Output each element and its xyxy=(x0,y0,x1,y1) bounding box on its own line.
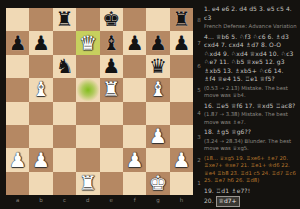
chess-board[interactable]: ♜♚♜♟♟♛♝♟♟♟♞♟♛♝♜♝♟♟♟♟♟♜♚ xyxy=(6,8,193,195)
square-c5[interactable] xyxy=(53,78,76,101)
square-f6[interactable] xyxy=(123,55,146,78)
square-b8[interactable] xyxy=(29,8,52,31)
square-a3[interactable] xyxy=(6,125,29,148)
square-c4[interactable] xyxy=(53,102,76,125)
current-move-number: 20. xyxy=(204,197,214,204)
square-e3[interactable] xyxy=(100,125,123,148)
file-coord-c: c xyxy=(53,196,76,205)
piece-white-rook[interactable]: ♜ xyxy=(79,172,97,195)
piece-black-rook[interactable]: ♜ xyxy=(56,8,74,31)
square-f4[interactable] xyxy=(123,102,146,125)
file-coord-d: d xyxy=(76,196,99,205)
rank-coord-7: 7 xyxy=(195,31,203,54)
file-coord-h: h xyxy=(170,196,193,205)
square-d4[interactable] xyxy=(76,102,99,125)
square-c3[interactable] xyxy=(53,125,76,148)
square-e4[interactable] xyxy=(100,102,123,125)
square-f7[interactable]: ♟ xyxy=(123,31,146,54)
rank-coord-3: 3 xyxy=(195,125,203,148)
square-b3[interactable] xyxy=(29,125,52,148)
square-f5[interactable] xyxy=(123,78,146,101)
move-line[interactable]: 1. e4 e6 2. d4 d5 3. e5 c5 4. c3 xyxy=(204,5,297,22)
move-list[interactable]: 1. e4 e6 2. d4 d5 3. e5 c5 4. c3French D… xyxy=(204,5,297,207)
rank-coord-8: 8 xyxy=(195,8,203,31)
piece-white-king[interactable]: ♚ xyxy=(149,172,167,195)
rank-coord-1: 1 xyxy=(195,172,203,195)
move-line[interactable]: 18. ♗g5 ♕g6?? xyxy=(204,128,297,137)
file-coord-e: e xyxy=(100,196,123,205)
square-g7[interactable]: ♟ xyxy=(146,31,169,54)
square-g8[interactable] xyxy=(146,8,169,31)
rank-coord-4: 4 xyxy=(195,102,203,125)
piece-black-pawn[interactable]: ♟ xyxy=(126,32,144,55)
square-g1[interactable]: ♚ xyxy=(146,172,169,195)
square-a5[interactable] xyxy=(6,78,29,101)
file-coord-g: g xyxy=(146,196,169,205)
square-e6[interactable]: ♟ xyxy=(100,55,123,78)
piece-white-pawn[interactable]: ♟ xyxy=(32,149,50,172)
square-b2[interactable]: ♟ xyxy=(29,148,52,171)
square-h2[interactable]: ♟ xyxy=(170,148,193,171)
square-d1[interactable]: ♜ xyxy=(76,172,99,195)
piece-white-pawn[interactable]: ♟ xyxy=(9,149,27,172)
piece-black-pawn[interactable]: ♟ xyxy=(149,32,167,55)
file-coordinates: abcdefgh xyxy=(6,196,193,205)
rank-coordinates: 87654321 xyxy=(195,8,203,195)
engine-variation[interactable]: (18... ♕xg5 19. ♖xe6+ ♗e7 20. ♖xe7+ ♔xe7… xyxy=(204,155,297,185)
square-c1[interactable] xyxy=(53,172,76,195)
square-a4[interactable] xyxy=(6,102,29,125)
square-f8[interactable] xyxy=(123,8,146,31)
current-move[interactable]: 20.♕d7+ xyxy=(204,196,297,207)
square-b6[interactable] xyxy=(29,55,52,78)
move-line[interactable]: 19. ♖d1 ♗e7?! xyxy=(204,187,297,196)
piece-black-rook[interactable]: ♜ xyxy=(172,8,190,31)
square-d8[interactable] xyxy=(76,8,99,31)
square-h7[interactable]: ♟ xyxy=(170,31,193,54)
piece-white-queen[interactable]: ♛ xyxy=(79,32,97,55)
square-d6[interactable] xyxy=(76,55,99,78)
square-a7[interactable]: ♟ xyxy=(6,31,29,54)
square-e5[interactable]: ♜ xyxy=(100,78,123,101)
square-c8[interactable]: ♜ xyxy=(53,8,76,31)
square-b4[interactable] xyxy=(29,102,52,125)
file-coord-a: a xyxy=(6,196,29,205)
square-g6[interactable]: ♛ xyxy=(146,55,169,78)
square-a8[interactable] xyxy=(6,8,29,31)
square-h1[interactable] xyxy=(170,172,193,195)
move-line[interactable]: 16. ♖e5 ♕f6 17. ♕xd5 ♖ac8? xyxy=(204,102,297,111)
piece-black-pawn[interactable]: ♟ xyxy=(9,32,27,55)
rank-coord-6: 6 xyxy=(195,55,203,78)
square-h6[interactable] xyxy=(170,55,193,78)
piece-white-pawn[interactable]: ♟ xyxy=(126,149,144,172)
square-d7[interactable]: ♛ xyxy=(76,31,99,54)
square-c2[interactable] xyxy=(53,148,76,171)
piece-black-pawn[interactable]: ♟ xyxy=(102,55,120,78)
square-e2[interactable] xyxy=(100,148,123,171)
piece-black-pawn[interactable]: ♟ xyxy=(32,32,50,55)
opening-name: French Defense: Advance Variation xyxy=(204,23,297,31)
move-line[interactable]: 4... ♕b6 5. ♘f3 ♘c6 6. ♗d3 cxd4 7. cxd4 … xyxy=(204,33,297,84)
square-h4[interactable] xyxy=(170,102,193,125)
square-g2[interactable] xyxy=(146,148,169,171)
square-h8[interactable]: ♜ xyxy=(170,8,193,31)
square-a2[interactable]: ♟ xyxy=(6,148,29,171)
piece-black-king[interactable]: ♚ xyxy=(102,8,120,31)
square-e1[interactable] xyxy=(100,172,123,195)
square-b5[interactable]: ♝ xyxy=(29,78,52,101)
rank-coord-5: 5 xyxy=(195,78,203,101)
square-a1[interactable] xyxy=(6,172,29,195)
square-b1[interactable] xyxy=(29,172,52,195)
square-f1[interactable] xyxy=(123,172,146,195)
piece-white-bishop[interactable]: ♝ xyxy=(32,78,50,101)
square-f2[interactable]: ♟ xyxy=(123,148,146,171)
file-coord-f: f xyxy=(123,196,146,205)
eval-comment: (3.24 → 28.34) Blunder. The best move wa… xyxy=(204,138,297,153)
square-g5[interactable]: ♝ xyxy=(146,78,169,101)
square-d3[interactable] xyxy=(76,125,99,148)
square-b7[interactable]: ♟ xyxy=(29,31,52,54)
piece-white-bishop[interactable]: ♝ xyxy=(149,78,167,101)
rank-coord-2: 2 xyxy=(195,148,203,171)
piece-white-pawn[interactable]: ♟ xyxy=(149,125,167,148)
piece-black-queen[interactable]: ♛ xyxy=(149,55,167,78)
eval-comment: (0.53 → 2.13) Mistake. The best move was… xyxy=(204,85,297,100)
square-e8[interactable]: ♚ xyxy=(100,8,123,31)
square-g3[interactable]: ♟ xyxy=(146,125,169,148)
file-coord-b: b xyxy=(29,196,52,205)
square-f3[interactable] xyxy=(123,125,146,148)
piece-white-rook[interactable]: ♜ xyxy=(102,78,120,101)
square-e7[interactable]: ♝ xyxy=(100,31,123,54)
square-g4[interactable] xyxy=(146,102,169,125)
square-h5[interactable] xyxy=(170,78,193,101)
piece-black-knight[interactable]: ♞ xyxy=(56,55,74,78)
square-a6[interactable] xyxy=(6,55,29,78)
square-c6[interactable]: ♞ xyxy=(53,55,76,78)
eval-comment: (1.87 → 3.38) Mistake. The best move was… xyxy=(204,111,297,126)
lichess-analysis-screen: ♜♚♜♟♟♛♝♟♟♟♞♟♛♝♜♝♟♟♟♟♟♜♚ 87654321 abcdefg… xyxy=(0,0,300,209)
piece-white-pawn[interactable]: ♟ xyxy=(172,149,190,172)
square-h3[interactable] xyxy=(170,125,193,148)
square-d2[interactable] xyxy=(76,148,99,171)
square-d5[interactable] xyxy=(76,78,99,101)
piece-black-bishop[interactable]: ♝ xyxy=(102,32,120,55)
piece-black-pawn[interactable]: ♟ xyxy=(172,32,190,55)
square-c7[interactable] xyxy=(53,31,76,54)
current-move-box[interactable]: ♕d7+ xyxy=(216,196,240,207)
